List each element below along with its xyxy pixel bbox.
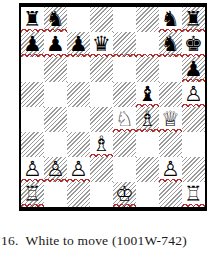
square-g1	[159, 182, 182, 207]
spellcheck-underline	[182, 79, 205, 82]
square-d4	[90, 107, 113, 132]
square-g7: ♞	[159, 32, 182, 57]
spellcheck-underline	[67, 179, 90, 182]
spellcheck-underline	[21, 204, 44, 207]
spellcheck-underline	[136, 104, 159, 107]
square-d3: ♗	[90, 132, 113, 157]
square-e3	[113, 132, 136, 157]
square-f7	[136, 32, 159, 57]
square-e8	[113, 7, 136, 32]
square-h6: ♟	[182, 57, 205, 82]
spellcheck-underline	[44, 179, 67, 182]
caption-text: White to move	[25, 233, 108, 248]
square-h1: ♖	[182, 182, 205, 207]
square-a2: ♙	[21, 157, 44, 182]
square-f3	[136, 132, 159, 157]
square-a5	[21, 82, 44, 107]
square-a1: ♖	[21, 182, 44, 207]
spellcheck-underline	[21, 179, 44, 182]
square-e6	[113, 57, 136, 82]
square-e5	[113, 82, 136, 107]
square-h4	[182, 107, 205, 132]
spellcheck-underline	[182, 204, 205, 207]
spellcheck-underline	[182, 104, 205, 107]
square-h7: ♚	[182, 32, 205, 57]
square-f6	[136, 57, 159, 82]
square-b1	[44, 182, 67, 207]
square-e2	[113, 157, 136, 182]
square-f4: ♗	[136, 107, 159, 132]
spellcheck-underline	[159, 179, 182, 182]
square-b2: ♙	[44, 157, 67, 182]
spellcheck-underline	[159, 54, 182, 57]
square-g8: ♞	[159, 7, 182, 32]
square-a6	[21, 57, 44, 82]
caption-number: 16.	[1, 233, 18, 248]
square-g2: ♙	[159, 157, 182, 182]
square-e1: ♔	[113, 182, 136, 207]
spellcheck-underline	[44, 29, 67, 32]
square-c7: ♟	[67, 32, 90, 57]
square-c6	[67, 57, 90, 82]
square-g5	[159, 82, 182, 107]
square-g3	[159, 132, 182, 157]
spellcheck-underline	[67, 54, 90, 57]
square-d1	[90, 182, 113, 207]
square-f1	[136, 182, 159, 207]
square-e4: ♘	[113, 107, 136, 132]
spellcheck-underline	[21, 54, 44, 57]
square-d8	[90, 7, 113, 32]
square-e7	[113, 32, 136, 57]
square-c8	[67, 7, 90, 32]
caption-code: (1001W-742)	[112, 233, 187, 248]
square-h8: ♜	[182, 7, 205, 32]
square-h2	[182, 157, 205, 182]
square-b5	[44, 82, 67, 107]
spellcheck-underline	[21, 29, 44, 32]
square-g6	[159, 57, 182, 82]
square-a3	[21, 132, 44, 157]
square-a7: ♟	[21, 32, 44, 57]
spellcheck-underline	[136, 129, 159, 132]
square-c4	[67, 107, 90, 132]
square-h5: ♙	[182, 82, 205, 107]
square-f2	[136, 157, 159, 182]
spellcheck-underline	[90, 54, 113, 57]
spellcheck-underline	[182, 29, 205, 32]
square-a4	[21, 107, 44, 132]
spellcheck-underline	[159, 129, 182, 132]
square-h3	[182, 132, 205, 157]
square-c3	[67, 132, 90, 157]
page: ♜♞♞♜♟♟♟♛♞♚♟♝♙♘♗♕♗♙♙♙♙♖♔♖ 16.White to mov…	[0, 0, 213, 258]
spellcheck-underline	[159, 29, 182, 32]
diagram-caption: 16.White to move (1001W-742)	[1, 233, 213, 249]
square-b8: ♞	[44, 7, 67, 32]
square-d2	[90, 157, 113, 182]
square-c1	[67, 182, 90, 207]
spellcheck-underline	[90, 154, 113, 157]
square-g4: ♕	[159, 107, 182, 132]
square-b3	[44, 132, 67, 157]
square-c2: ♙	[67, 157, 90, 182]
spellcheck-underline	[44, 54, 67, 57]
spellcheck-underline	[113, 204, 136, 207]
square-b4	[44, 107, 67, 132]
square-a8: ♜	[21, 7, 44, 32]
square-b6	[44, 57, 67, 82]
square-b7: ♟	[44, 32, 67, 57]
spellcheck-underline	[182, 54, 205, 57]
spellcheck-underline	[136, 54, 159, 57]
square-d5	[90, 82, 113, 107]
chess-board: ♜♞♞♜♟♟♟♛♞♚♟♝♙♘♗♕♗♙♙♙♙♖♔♖	[19, 3, 207, 211]
square-c5	[67, 82, 90, 107]
square-d6	[90, 57, 113, 82]
spellcheck-underline	[113, 129, 136, 132]
spellcheck-underline	[113, 54, 136, 57]
square-f5: ♝	[136, 82, 159, 107]
square-f8	[136, 7, 159, 32]
square-d7: ♛	[90, 32, 113, 57]
